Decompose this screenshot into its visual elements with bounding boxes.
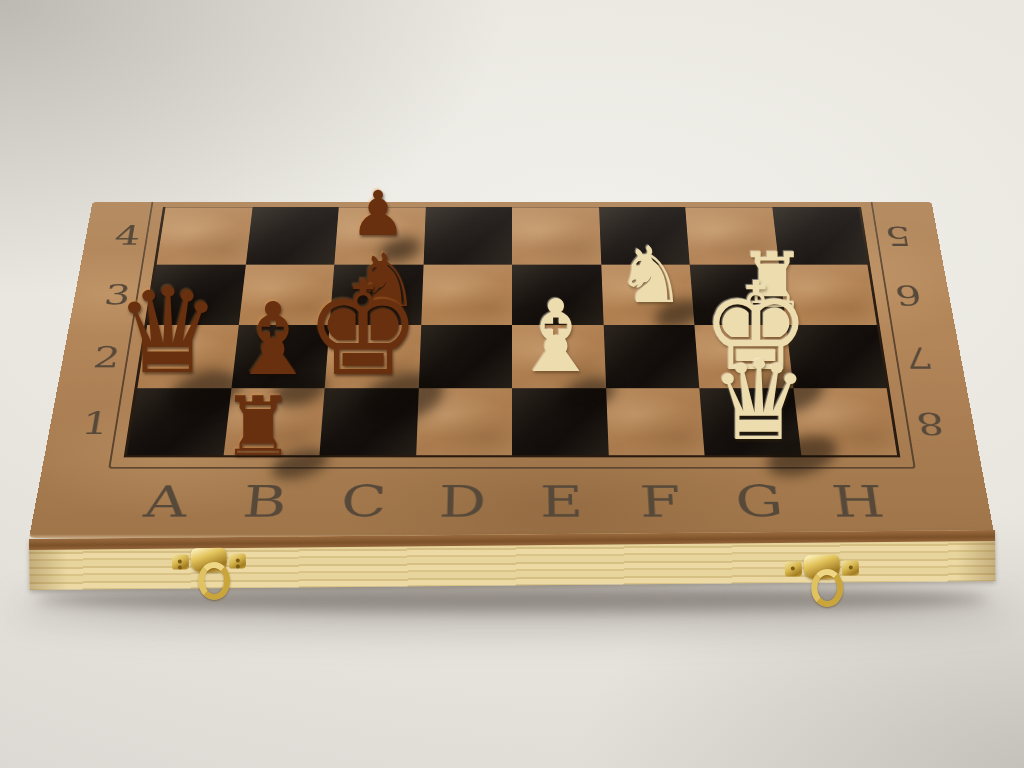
file-label-g: G [733,476,785,527]
piece-dark-rook-b1: ♜ [221,386,295,468]
file-label-f: F [638,476,682,527]
piece-dark-king-c2: ♚ [305,264,422,394]
square-f2 [603,325,699,388]
rank-label-left-4: 4 [112,220,142,251]
file-label-d: D [438,476,486,527]
brass-latch-left [172,547,247,594]
square-f1 [606,388,705,455]
square-a4 [157,207,253,264]
screw [236,558,240,562]
square-d3 [421,265,512,325]
file-label-e: E [540,476,584,527]
screw [849,565,853,569]
piece-light-knight-f3: ♞ [616,236,686,314]
file-label-h: H [829,476,888,527]
piece-light-queen-g1: ♛ [710,346,809,456]
chess-box-photo: ABCDEFGH43215678 ♟♞♛♝♚♜♝♞♜♚♛ [0,0,1024,768]
rank-label-right-7: 7 [903,340,935,374]
square-e4 [512,207,601,264]
piece-light-bishop-e2: ♝ [511,287,601,387]
screw [791,566,795,570]
piece-dark-queen-a2: ♛ [115,272,221,390]
file-label-a: A [141,476,191,527]
screw [178,565,182,569]
screw [236,564,240,568]
screw [178,559,182,563]
rank-label-right-8: 8 [914,405,948,441]
rank-label-right-6: 6 [893,279,924,311]
file-label-b: B [241,476,289,527]
file-label-c: C [339,476,387,527]
brass-latch-right [785,554,860,601]
rank-label-left-1: 1 [79,405,112,441]
rank-label-right-5: 5 [883,220,913,251]
square-d4 [423,207,512,264]
